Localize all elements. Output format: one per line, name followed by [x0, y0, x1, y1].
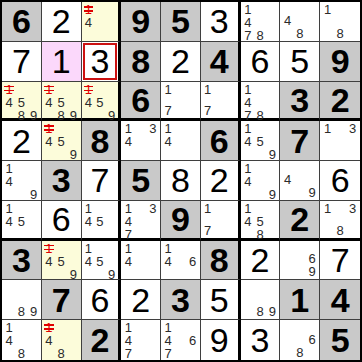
given-digit: 5 — [161, 2, 200, 41]
candidate-4: 4 — [83, 255, 95, 268]
cell-r2c8[interactable]: 5 — [280, 42, 320, 82]
pencil-marks: 148 — [43, 321, 80, 359]
given-digit: 7 — [42, 280, 81, 319]
candidate-4: 4 — [162, 135, 174, 148]
cell-r8c4[interactable]: 2 — [121, 280, 161, 320]
candidate-8: 8 — [55, 109, 67, 122]
given-digit: 6 — [121, 82, 160, 119]
given-digit: 9 — [161, 201, 200, 238]
given-digit: 2 — [320, 82, 360, 119]
candidate-8: 8 — [55, 347, 67, 360]
candidate-3: 3 — [346, 202, 359, 215]
cell-r7c6[interactable]: 8 — [201, 241, 241, 281]
solved-digit: 1 — [42, 42, 81, 81]
solved-digit: 9 — [201, 320, 238, 360]
pencil-marks: 17 — [202, 83, 237, 118]
given-digit: 6 — [2, 2, 41, 41]
cell-r1c4[interactable]: 9 — [121, 2, 161, 42]
solved-digit: 2 — [161, 42, 200, 81]
given-digit: 5 — [121, 161, 160, 200]
candidate-1: 1 — [162, 242, 174, 255]
solved-digit: 2 — [241, 241, 280, 280]
cell-r6c6[interactable]: 17 — [201, 201, 241, 241]
candidate-7: 7 — [122, 228, 134, 241]
candidate-1: 1 — [122, 202, 134, 215]
candidate-4: 4 — [242, 96, 254, 109]
eliminated-candidate-1: 1 — [43, 83, 55, 96]
candidate-5: 5 — [254, 215, 266, 228]
given-digit: 3 — [2, 241, 41, 280]
candidate-7: 7 — [122, 347, 134, 360]
solved-digit: 6 — [320, 161, 360, 200]
candidate-4: 4 — [242, 135, 254, 148]
cell-r3c3[interactable]: 1459 — [82, 82, 122, 122]
solved-digit: 2 — [2, 121, 41, 160]
cell-r3c7[interactable]: 1478 — [241, 82, 281, 122]
cell-r6c5[interactable]: 9 — [161, 201, 201, 241]
given-digit: 9 — [121, 2, 160, 41]
pencil-marks: 14 — [162, 122, 199, 159]
candidate-9: 9 — [266, 148, 278, 161]
cell-r4c3[interactable]: 8 — [82, 121, 122, 161]
candidate-1: 1 — [162, 83, 174, 96]
cell-r3c6[interactable]: 17 — [201, 82, 241, 122]
candidate-9: 9 — [306, 265, 318, 278]
candidate-1: 1 — [242, 83, 254, 96]
candidate-8: 8 — [254, 228, 266, 241]
given-digit: 8 — [82, 121, 119, 160]
candidate-4: 4 — [3, 334, 15, 347]
candidate-8: 8 — [15, 305, 27, 318]
candidate-8: 8 — [15, 109, 27, 122]
cell-r8c8[interactable]: 1 — [280, 280, 320, 320]
candidate-8: 8 — [334, 27, 347, 40]
pencil-marks: 18 — [321, 3, 359, 40]
candidate-9: 9 — [106, 268, 118, 281]
eliminated-candidate-1: 1 — [43, 242, 55, 255]
solved-digit: 2 — [42, 2, 81, 41]
pencil-marks: 48 — [281, 3, 318, 40]
cell-r1c2[interactable]: 2 — [42, 2, 82, 42]
candidate-5: 5 — [55, 255, 67, 268]
given-digit: 3 — [161, 280, 200, 319]
cell-r4c4[interactable]: 134 — [121, 121, 161, 161]
solved-digit: 6 — [241, 42, 280, 81]
cell-r5c3[interactable]: 7 — [82, 161, 122, 201]
candidate-4: 4 — [242, 215, 254, 228]
solved-digit: 3 — [82, 42, 119, 81]
given-digit: 8 — [201, 241, 238, 280]
candidate-6: 6 — [187, 255, 199, 268]
cell-r7c4[interactable]: 14 — [121, 241, 161, 281]
given-digit: 4 — [201, 42, 238, 81]
cell-r8c2[interactable]: 7 — [42, 280, 82, 320]
candidate-5: 5 — [254, 135, 266, 148]
candidate-1: 1 — [321, 202, 334, 215]
pencil-marks: 1467 — [162, 321, 199, 359]
cell-r2c3[interactable]: 3 — [82, 42, 122, 82]
solved-digit: 2 — [201, 161, 238, 200]
given-digit: 3 — [280, 82, 319, 119]
candidate-1: 1 — [321, 122, 334, 135]
candidate-9: 9 — [266, 188, 278, 201]
pencil-marks: 148 — [3, 321, 40, 359]
pencil-marks: 1459 — [83, 242, 118, 279]
pencil-marks: 146 — [162, 242, 199, 279]
pencil-marks: 49 — [281, 162, 318, 199]
candidate-9: 9 — [67, 109, 79, 122]
given-digit: 2 — [280, 201, 319, 238]
eliminated-candidate-1: 1 — [43, 122, 55, 135]
candidate-4: 4 — [43, 255, 55, 268]
candidate-3: 3 — [147, 202, 159, 215]
given-digit: 1 — [280, 280, 319, 319]
given-digit: 8 — [121, 42, 160, 81]
candidate-4: 4 — [3, 175, 15, 188]
candidate-8: 8 — [254, 109, 266, 122]
cell-r6c1[interactable]: 145 — [2, 201, 42, 241]
cell-r2c4[interactable]: 8 — [121, 42, 161, 82]
candidate-7: 7 — [242, 29, 254, 42]
candidate-3: 3 — [147, 122, 159, 135]
pencil-marks: 1459 — [83, 83, 118, 118]
cell-r4c9[interactable]: 13 — [320, 121, 360, 161]
cell-r8c6[interactable]: 5 — [201, 280, 241, 320]
pencil-marks: 68 — [281, 321, 318, 359]
cell-r6c7[interactable]: 1458 — [241, 201, 281, 241]
cell-r3c1[interactable]: 14589 — [2, 82, 42, 122]
cell-r4c6[interactable]: 6 — [201, 121, 241, 161]
cell-r2c1[interactable]: 7 — [2, 42, 42, 82]
solved-digit: 2 — [121, 280, 160, 319]
cell-r8c3[interactable]: 6 — [82, 280, 122, 320]
candidate-8: 8 — [254, 29, 266, 42]
candidate-5: 5 — [15, 215, 27, 228]
cell-r8c9[interactable]: 4 — [320, 280, 360, 320]
candidate-6: 6 — [306, 333, 318, 346]
solved-digit: 7 — [2, 42, 41, 81]
pencil-marks: 145 — [83, 202, 118, 237]
candidate-6: 6 — [187, 334, 199, 347]
given-digit: 9 — [320, 42, 360, 81]
pencil-marks: 1478 — [242, 3, 279, 40]
cell-r4c8[interactable]: 7 — [280, 121, 320, 161]
cell-r5c2[interactable]: 3 — [42, 161, 82, 201]
given-digit: 3 — [42, 161, 81, 200]
candidate-4: 4 — [43, 96, 55, 109]
cell-r7c9[interactable]: 7 — [320, 241, 360, 281]
pencil-marks: 14589 — [43, 83, 80, 118]
pencil-marks: 13 — [321, 122, 359, 159]
cell-r3c9[interactable]: 2 — [320, 82, 360, 122]
candidate-1: 1 — [202, 83, 214, 96]
pencil-marks: 17 — [202, 202, 237, 237]
cell-r3c2[interactable]: 14589 — [42, 82, 82, 122]
candidate-4: 4 — [3, 215, 15, 228]
cell-r1c8[interactable]: 48 — [280, 2, 320, 42]
cell-r1c1[interactable]: 6 — [2, 2, 42, 42]
pencil-marks: 69 — [281, 242, 318, 279]
candidate-1: 1 — [83, 242, 95, 255]
cell-r7c1[interactable]: 3 — [2, 241, 42, 281]
candidate-8: 8 — [15, 347, 27, 360]
pencil-marks: 17 — [162, 83, 199, 118]
candidate-1: 1 — [3, 202, 15, 215]
pencil-marks: 149 — [242, 162, 279, 199]
candidate-4: 4 — [83, 16, 95, 29]
candidate-7: 7 — [242, 109, 254, 122]
cell-r4c5[interactable]: 14 — [161, 121, 201, 161]
cell-r9c4[interactable]: 147 — [121, 320, 161, 360]
sudoku-board: 6214953147848187138246591458914589145961… — [0, 0, 362, 362]
candidate-4: 4 — [122, 215, 134, 228]
cell-r1c3[interactable]: 14 — [82, 2, 122, 42]
candidate-4: 4 — [281, 173, 293, 186]
candidate-1: 1 — [321, 3, 334, 16]
candidate-7: 7 — [202, 224, 214, 237]
cell-r5c7[interactable]: 149 — [241, 161, 281, 201]
candidate-1: 1 — [122, 242, 134, 255]
cell-r8c5[interactable]: 3 — [161, 280, 201, 320]
solved-digit: 7 — [82, 161, 119, 200]
cell-r8c1[interactable]: 89 — [2, 280, 42, 320]
cell-r4c7[interactable]: 1459 — [241, 121, 281, 161]
candidate-5: 5 — [15, 96, 27, 109]
eliminated-candidate-1: 1 — [3, 83, 15, 96]
cell-r4c2[interactable]: 1459 — [42, 121, 82, 161]
cell-r6c8[interactable]: 2 — [280, 201, 320, 241]
solved-digit: 7 — [320, 241, 360, 280]
cell-r7c8[interactable]: 69 — [280, 241, 320, 281]
pencil-marks: 1478 — [242, 83, 279, 118]
eliminated-candidate-1: 1 — [83, 83, 95, 96]
cell-r7c2[interactable]: 1459 — [42, 241, 82, 281]
candidate-4: 4 — [83, 215, 95, 228]
candidate-5: 5 — [94, 215, 106, 228]
pencil-marks: 1459 — [242, 122, 279, 159]
pencil-marks: 134 — [122, 122, 159, 159]
given-digit: 6 — [201, 121, 238, 160]
candidate-5: 5 — [55, 96, 67, 109]
candidate-4: 4 — [122, 255, 134, 268]
cell-r4c1[interactable]: 2 — [2, 121, 42, 161]
cell-r3c8[interactable]: 3 — [280, 82, 320, 122]
cell-r6c2[interactable]: 6 — [42, 201, 82, 241]
candidate-8: 8 — [254, 305, 266, 318]
candidate-8: 8 — [334, 224, 347, 237]
candidate-9: 9 — [28, 109, 40, 122]
pencil-marks: 138 — [321, 202, 359, 237]
cell-r9c7[interactable]: 3 — [241, 320, 281, 360]
candidate-4: 4 — [43, 334, 55, 347]
cell-r5c4[interactable]: 5 — [121, 161, 161, 201]
cell-r2c9[interactable]: 9 — [320, 42, 360, 82]
cell-r9c3[interactable]: 2 — [82, 320, 122, 360]
pencil-marks: 14 — [83, 3, 118, 40]
candidate-4: 4 — [162, 255, 174, 268]
cell-r5c6[interactable]: 2 — [201, 161, 241, 201]
eliminated-candidate-1: 1 — [83, 3, 95, 16]
candidate-9: 9 — [106, 109, 118, 122]
candidate-1: 1 — [202, 202, 214, 215]
candidate-4: 4 — [242, 175, 254, 188]
candidate-1: 1 — [242, 202, 254, 215]
cell-r1c9[interactable]: 18 — [320, 2, 360, 42]
candidate-9: 9 — [67, 268, 79, 281]
candidate-9: 9 — [266, 305, 278, 318]
solved-digit: 5 — [280, 42, 319, 81]
candidate-7: 7 — [162, 104, 174, 117]
cell-r8c7[interactable]: 89 — [241, 280, 281, 320]
cell-r9c1[interactable]: 148 — [2, 320, 42, 360]
eliminated-candidate-1: 1 — [43, 321, 55, 334]
candidate-8: 8 — [294, 346, 306, 359]
candidate-4: 4 — [122, 135, 134, 148]
pencil-marks: 89 — [3, 281, 40, 318]
pencil-marks: 14589 — [3, 83, 40, 118]
candidate-5: 5 — [55, 135, 67, 148]
candidate-5: 5 — [94, 255, 106, 268]
cell-r5c8[interactable]: 49 — [280, 161, 320, 201]
candidate-8: 8 — [294, 27, 306, 40]
cell-r2c5[interactable]: 2 — [161, 42, 201, 82]
pencil-marks: 1459 — [43, 242, 80, 279]
cell-r2c7[interactable]: 6 — [241, 42, 281, 82]
candidate-4: 4 — [281, 14, 293, 27]
solved-digit: 5 — [201, 280, 238, 319]
cell-r9c5[interactable]: 1467 — [161, 320, 201, 360]
cell-r9c2[interactable]: 148 — [42, 320, 82, 360]
candidate-4: 4 — [3, 96, 15, 109]
candidate-9: 9 — [67, 148, 79, 161]
given-digit: 7 — [280, 121, 319, 160]
pencil-marks: 89 — [242, 281, 279, 318]
candidate-4: 4 — [43, 135, 55, 148]
cell-r3c5[interactable]: 17 — [161, 82, 201, 122]
cell-r5c1[interactable]: 149 — [2, 161, 42, 201]
pencil-marks: 145 — [3, 202, 40, 237]
given-digit: 5 — [320, 320, 360, 360]
cell-r5c5[interactable]: 8 — [161, 161, 201, 201]
given-digit: 2 — [82, 320, 119, 360]
candidate-5: 5 — [94, 96, 106, 109]
cell-r5c9[interactable]: 6 — [320, 161, 360, 201]
solved-digit: 3 — [201, 2, 238, 41]
candidate-3: 3 — [346, 122, 359, 135]
pencil-marks: 1459 — [43, 122, 80, 159]
candidate-7: 7 — [202, 104, 214, 117]
solved-digit: 6 — [82, 280, 119, 319]
cell-r7c5[interactable]: 146 — [161, 241, 201, 281]
cell-r9c9[interactable]: 5 — [320, 320, 360, 360]
candidate-9: 9 — [28, 305, 40, 318]
cell-r3c4[interactable]: 6 — [121, 82, 161, 122]
cell-r7c7[interactable]: 2 — [241, 241, 281, 281]
solved-digit: 8 — [161, 161, 200, 200]
cell-r2c2[interactable]: 1 — [42, 42, 82, 82]
cell-r9c8[interactable]: 68 — [280, 320, 320, 360]
pencil-marks: 149 — [3, 162, 40, 199]
candidate-4: 4 — [83, 96, 95, 109]
cell-r6c9[interactable]: 138 — [320, 201, 360, 241]
cell-r1c5[interactable]: 5 — [161, 2, 201, 42]
candidate-9: 9 — [306, 186, 318, 199]
pencil-marks: 147 — [122, 321, 159, 359]
cell-r6c4[interactable]: 1347 — [121, 201, 161, 241]
candidate-7: 7 — [162, 347, 174, 360]
cell-r7c3[interactable]: 1459 — [82, 241, 122, 281]
cell-r6c3[interactable]: 145 — [82, 201, 122, 241]
pencil-marks: 1458 — [242, 202, 279, 237]
given-digit: 4 — [320, 280, 360, 319]
solved-digit: 6 — [42, 201, 81, 238]
cell-r9c6[interactable]: 9 — [201, 320, 241, 360]
candidate-1: 1 — [83, 202, 95, 215]
cell-r2c6[interactable]: 4 — [201, 42, 241, 82]
pencil-marks: 14 — [122, 242, 159, 279]
candidate-9: 9 — [28, 188, 40, 201]
cell-r1c6[interactable]: 3 — [201, 2, 241, 42]
pencil-marks: 1347 — [122, 202, 159, 237]
cell-r1c7[interactable]: 1478 — [241, 2, 281, 42]
solved-digit: 3 — [241, 320, 280, 360]
